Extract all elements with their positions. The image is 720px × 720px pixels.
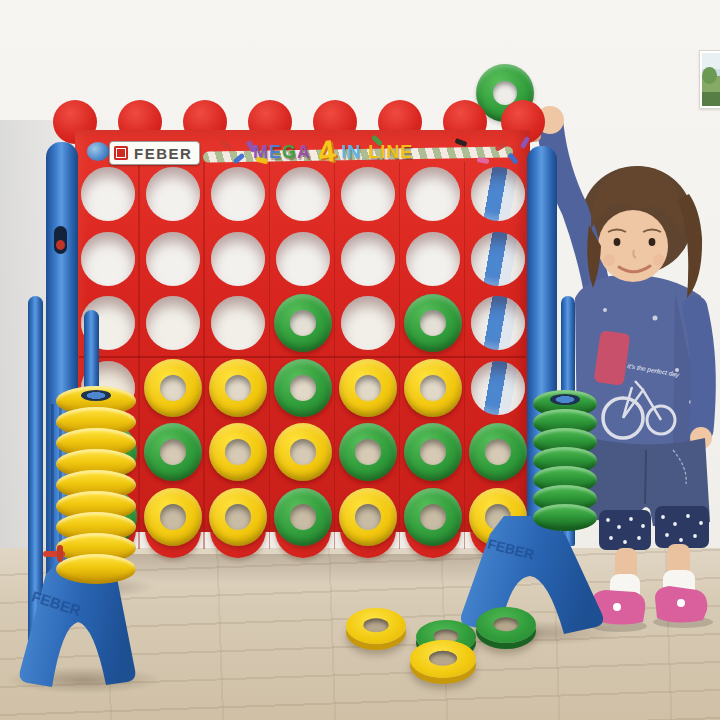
stack-top-hole xyxy=(550,394,580,405)
cell-r5c3[interactable] xyxy=(205,420,270,485)
left-arm xyxy=(695,308,703,430)
cell-r5c5[interactable] xyxy=(335,420,400,485)
confetto-icon xyxy=(477,157,490,164)
ring-hole xyxy=(290,310,316,336)
ring-green[interactable] xyxy=(274,488,332,546)
cell-r2c5[interactable] xyxy=(335,227,400,292)
hole-empty xyxy=(146,296,200,350)
red-locking-pin-stem xyxy=(57,545,63,562)
banner: FEBER MEGA4INLINE xyxy=(75,136,530,170)
cell-r3c3[interactable] xyxy=(205,291,270,356)
cell-r4c6[interactable] xyxy=(400,356,465,421)
hole-empty xyxy=(276,232,330,286)
cell-r1c6[interactable] xyxy=(400,162,465,227)
ring-hole xyxy=(290,375,316,401)
hole-empty xyxy=(341,167,395,221)
board-grid xyxy=(75,162,530,549)
floor-ring-hole xyxy=(429,651,457,666)
green-spare-stack[interactable] xyxy=(533,398,597,531)
blush xyxy=(653,254,665,266)
feber-logo: FEBER xyxy=(109,141,200,165)
ring-yellow[interactable] xyxy=(144,359,202,417)
hole-empty xyxy=(146,232,200,286)
hole-empty xyxy=(81,167,135,221)
cell-r5c7[interactable] xyxy=(465,420,530,485)
ring-hole xyxy=(225,439,251,465)
ring-hole xyxy=(290,439,316,465)
floor-ring-yellow[interactable] xyxy=(346,608,406,644)
feber-logo-mark-icon xyxy=(114,146,128,160)
ring-yellow[interactable] xyxy=(339,488,397,546)
stack-top-hole xyxy=(81,390,111,401)
ring-yellow[interactable] xyxy=(339,359,397,417)
ring-yellow[interactable] xyxy=(209,359,267,417)
ring-hole xyxy=(225,375,251,401)
cell-r4c5[interactable] xyxy=(335,356,400,421)
ring-hole xyxy=(420,439,446,465)
cell-r4c2[interactable] xyxy=(140,356,205,421)
cell-r2c4[interactable] xyxy=(270,227,335,292)
blue-disc-icon xyxy=(87,142,109,161)
ring-yellow[interactable] xyxy=(209,423,267,481)
ring-hole xyxy=(355,504,381,530)
cell-r2c2[interactable] xyxy=(140,227,205,292)
confetto-icon xyxy=(220,139,233,149)
hole-empty xyxy=(471,361,525,415)
connect-four-board: FEBER MEGA4INLINE xyxy=(75,106,530,558)
cell-r6c5[interactable] xyxy=(335,485,400,550)
shoe-flower xyxy=(677,599,685,607)
ring-hole xyxy=(290,504,316,530)
hole-empty xyxy=(471,296,525,350)
ring-yellow[interactable] xyxy=(404,359,462,417)
stack-ring-yellow[interactable] xyxy=(56,554,136,584)
cell-r1c3[interactable] xyxy=(205,162,270,227)
cell-r6c3[interactable] xyxy=(205,485,270,550)
confetto-icon xyxy=(455,138,468,147)
ring-yellow[interactable] xyxy=(274,423,332,481)
hole-empty xyxy=(211,296,265,350)
title-word: IN xyxy=(341,142,361,163)
cell-r3c5[interactable] xyxy=(335,291,400,356)
stack-ring-green[interactable] xyxy=(533,504,597,531)
ring-green[interactable] xyxy=(469,423,527,481)
ring-hole xyxy=(160,439,186,465)
hole-empty xyxy=(471,167,525,221)
confetto-icon xyxy=(520,136,530,149)
ring-hole xyxy=(485,439,511,465)
ring-hole xyxy=(355,375,381,401)
hole-empty xyxy=(146,167,200,221)
ring-hole xyxy=(420,504,446,530)
cell-r6c2[interactable] xyxy=(140,485,205,550)
title-word: LINE xyxy=(368,142,413,163)
hole-empty xyxy=(471,232,525,286)
cell-r3c4[interactable] xyxy=(270,291,335,356)
ring-green[interactable] xyxy=(274,359,332,417)
blush xyxy=(603,254,615,266)
ring-hole xyxy=(160,375,186,401)
pants-seam xyxy=(645,450,646,504)
ring-green[interactable] xyxy=(339,423,397,481)
ring-green[interactable] xyxy=(274,294,332,352)
ring-hole xyxy=(225,504,251,530)
cell-r4c4[interactable] xyxy=(270,356,335,421)
confetto-icon xyxy=(507,152,519,164)
cell-r4c7[interactable] xyxy=(465,356,530,421)
ring-yellow[interactable] xyxy=(209,488,267,546)
ring-hole xyxy=(420,375,446,401)
cell-r1c7[interactable] xyxy=(465,162,530,227)
hole-empty xyxy=(406,167,460,221)
cell-r1c5[interactable] xyxy=(335,162,400,227)
ring-yellow[interactable] xyxy=(144,488,202,546)
title-word: 4 xyxy=(316,133,339,171)
cell-r2c1[interactable] xyxy=(75,227,140,292)
floor-ring-yellow[interactable] xyxy=(410,640,476,678)
scene: it's the perfect day xyxy=(0,0,720,720)
hole-empty xyxy=(406,232,460,286)
cell-r3c6[interactable] xyxy=(400,291,465,356)
cell-r1c4[interactable] xyxy=(270,162,335,227)
ring-green[interactable] xyxy=(144,423,202,481)
cell-r1c1[interactable] xyxy=(75,162,140,227)
floor-ring-green[interactable] xyxy=(476,607,536,643)
ring-hole xyxy=(160,504,186,530)
floor-ring-hole xyxy=(364,618,389,632)
ring-green[interactable] xyxy=(404,294,462,352)
yellow-spare-stack[interactable] xyxy=(56,386,136,584)
cell-r4c3[interactable] xyxy=(205,356,270,421)
feber-logo-text: FEBER xyxy=(134,145,192,162)
hole-empty xyxy=(341,296,395,350)
cell-r5c4[interactable] xyxy=(270,420,335,485)
cell-r5c6[interactable] xyxy=(400,420,465,485)
floor-ring-hole xyxy=(494,617,519,631)
upright-slot-pin xyxy=(56,240,65,250)
ring-hole xyxy=(355,439,381,465)
ring-hole xyxy=(420,310,446,336)
cell-r2c7[interactable] xyxy=(465,227,530,292)
cell-r1c2[interactable] xyxy=(140,162,205,227)
cell-r5c2[interactable] xyxy=(140,420,205,485)
cell-r2c6[interactable] xyxy=(400,227,465,292)
shoe-flower xyxy=(613,603,621,611)
hole-empty xyxy=(341,232,395,286)
hole-empty xyxy=(211,167,265,221)
hole-empty xyxy=(211,232,265,286)
hole-empty xyxy=(81,232,135,286)
ring-green[interactable] xyxy=(404,423,462,481)
cell-r2c3[interactable] xyxy=(205,227,270,292)
hole-empty xyxy=(276,167,330,221)
cell-r6c4[interactable] xyxy=(270,485,335,550)
cell-r3c2[interactable] xyxy=(140,291,205,356)
cell-r3c7[interactable] xyxy=(465,291,530,356)
banner-title: MEGA4INLINE xyxy=(253,134,420,170)
